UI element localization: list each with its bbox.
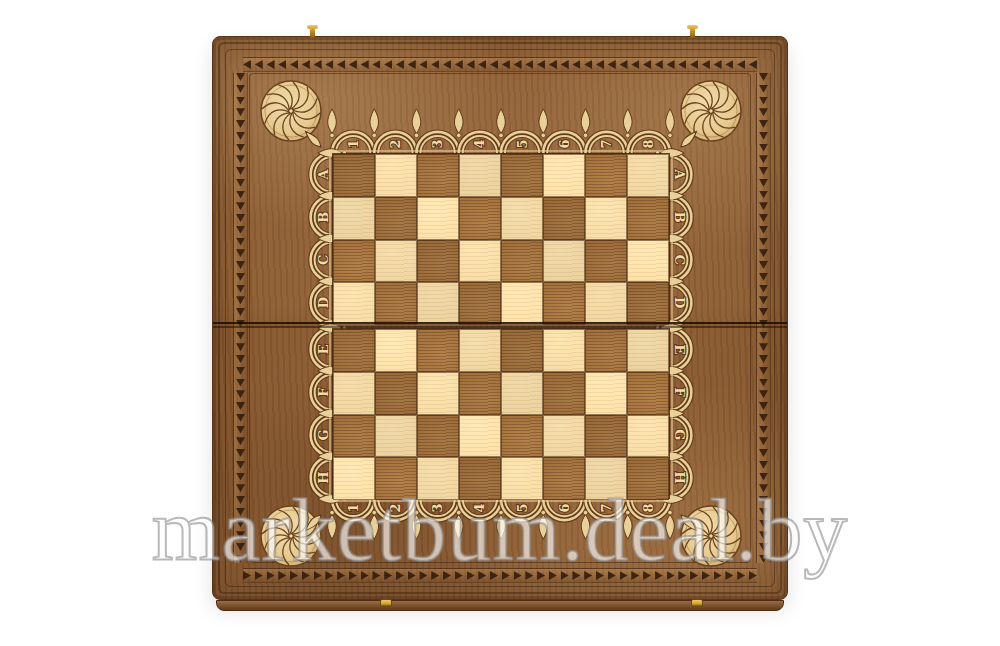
chevron-mark-icon (236, 155, 245, 163)
chevron-mark-icon (678, 571, 686, 580)
chevron-mark-icon (759, 132, 768, 140)
chevron-mark-icon (759, 484, 768, 492)
chevron-mark-icon (537, 60, 545, 69)
svg-text:7: 7 (599, 503, 614, 512)
chevron-mark-icon (759, 543, 768, 551)
chevron-mark-icon (431, 571, 439, 580)
corner-fleur-icon (303, 513, 323, 533)
chevron-mark-icon (620, 571, 628, 580)
hinge-pin-left (310, 28, 315, 38)
fleur-finial-icon (623, 510, 632, 539)
chevron-mark-icon (643, 571, 651, 580)
chevron-mark-icon (443, 60, 451, 69)
chevron-mark-icon (236, 437, 245, 445)
fleur-finial-icon (581, 510, 590, 539)
chevron-mark-icon (525, 571, 533, 580)
svg-text:6: 6 (557, 503, 572, 512)
chevron-mark-icon (655, 60, 663, 69)
chain-border-top (243, 57, 757, 72)
square-E6 (543, 329, 585, 372)
chevron-mark-icon (278, 60, 286, 69)
square-C8 (627, 240, 669, 283)
square-D6 (543, 282, 585, 325)
square-B8 (627, 197, 669, 240)
chevron-mark-icon (759, 426, 768, 434)
chevron-mark-icon (759, 214, 768, 222)
chevron-mark-icon (467, 60, 475, 69)
chevron-mark-icon (236, 249, 245, 257)
chevron-mark-icon (290, 60, 298, 69)
chevron-mark-icon (236, 120, 245, 128)
chevron-mark-icon (384, 571, 392, 580)
fleur-finial-icon (497, 109, 506, 138)
square-H6 (543, 457, 585, 500)
chevron-mark-icon (236, 426, 245, 434)
chevron-mark-icon (702, 571, 710, 580)
square-E8 (627, 329, 669, 372)
square-G6 (543, 415, 585, 458)
chevron-mark-icon (267, 571, 275, 580)
chevron-mark-icon (302, 571, 310, 580)
chain-border-left (233, 73, 248, 563)
chevron-mark-icon (643, 60, 651, 69)
chevron-mark-icon (759, 273, 768, 281)
chevron-mark-icon (759, 155, 768, 163)
chevron-mark-icon (572, 571, 580, 580)
fleur-finial-icon (370, 510, 379, 539)
square-H1 (333, 457, 375, 500)
svg-text:7: 7 (599, 139, 614, 148)
square-B5 (501, 197, 543, 240)
chevron-mark-icon (759, 285, 768, 293)
square-C2 (375, 240, 417, 283)
chevron-mark-icon (236, 473, 245, 481)
chevron-mark-icon (236, 496, 245, 504)
square-D7 (585, 282, 627, 325)
svg-text:D: D (316, 297, 331, 308)
svg-text:6: 6 (557, 139, 572, 148)
chevron-mark-icon (236, 355, 245, 363)
fleur-finial-icon (497, 510, 506, 539)
chevron-mark-icon (236, 167, 245, 175)
chevron-mark-icon (243, 571, 251, 580)
chevron-mark-icon (236, 191, 245, 199)
square-C3 (417, 240, 459, 283)
square-A5 (501, 154, 543, 197)
chevron-mark-icon (236, 261, 245, 269)
chain-border-right (756, 73, 771, 563)
chevron-mark-icon (759, 167, 768, 175)
chevron-mark-icon (759, 355, 768, 363)
chevron-mark-icon (759, 191, 768, 199)
svg-text:2: 2 (388, 139, 403, 148)
chevron-mark-icon (236, 132, 245, 140)
chevron-mark-icon (408, 571, 416, 580)
fleur-finial-icon (454, 109, 463, 138)
chevron-mark-icon (725, 571, 733, 580)
chevron-mark-icon (236, 461, 245, 469)
chevron-mark-icon (337, 60, 345, 69)
board-lower-half (332, 328, 670, 499)
chevron-mark-icon (236, 226, 245, 234)
chevron-mark-icon (759, 343, 768, 351)
square-A2 (375, 154, 417, 197)
chevron-mark-icon (236, 414, 245, 422)
chevron-mark-icon (490, 60, 498, 69)
chevron-mark-icon (759, 496, 768, 504)
chevron-mark-icon (236, 296, 245, 304)
chevron-mark-icon (702, 60, 710, 69)
svg-text:H: H (672, 471, 687, 483)
square-H8 (627, 457, 669, 500)
chevron-mark-icon (236, 449, 245, 457)
chevron-mark-icon (759, 473, 768, 481)
chevron-mark-icon (314, 571, 322, 580)
chevron-mark-icon (608, 60, 616, 69)
arch-border-bottom: 12345678 (332, 499, 670, 547)
chevron-mark-icon (325, 571, 333, 580)
square-F1 (333, 372, 375, 415)
square-B3 (417, 197, 459, 240)
chevron-mark-icon (759, 332, 768, 340)
corner-fleur-icon (679, 513, 699, 533)
chess-box: 12345678 12345678 ABCDEFGH ABCDEFGH (212, 36, 788, 600)
chevron-mark-icon (759, 555, 768, 563)
chevron-mark-icon (236, 85, 245, 93)
chevron-mark-icon (349, 571, 357, 580)
svg-text:D: D (672, 297, 687, 308)
chevron-mark-icon (467, 571, 475, 580)
chevron-mark-icon (236, 108, 245, 116)
chevron-mark-icon (655, 571, 663, 580)
square-C1 (333, 240, 375, 283)
square-F6 (543, 372, 585, 415)
svg-text:A: A (316, 168, 331, 180)
chevron-mark-icon (236, 367, 245, 375)
hinge-pin-right (690, 28, 695, 38)
svg-text:8: 8 (641, 139, 656, 148)
square-A4 (459, 154, 501, 197)
box-hinge-seam (213, 322, 787, 328)
chevron-mark-icon (759, 179, 768, 187)
chevron-mark-icon (737, 571, 745, 580)
chevron-mark-icon (667, 571, 675, 580)
chevron-mark-icon (419, 60, 427, 69)
chevron-mark-icon (759, 449, 768, 457)
svg-text:B: B (672, 212, 687, 223)
chevron-mark-icon (236, 179, 245, 187)
chevron-mark-icon (384, 60, 392, 69)
chevron-mark-icon (714, 571, 722, 580)
chevron-mark-icon (372, 60, 380, 69)
svg-text:F: F (672, 388, 687, 398)
chevron-mark-icon (302, 60, 310, 69)
square-B7 (585, 197, 627, 240)
square-D8 (627, 282, 669, 325)
square-G3 (417, 415, 459, 458)
chevron-mark-icon (759, 296, 768, 304)
square-F8 (627, 372, 669, 415)
chevron-mark-icon (455, 60, 463, 69)
square-F7 (585, 372, 627, 415)
chevron-mark-icon (502, 60, 510, 69)
chevron-mark-icon (759, 85, 768, 93)
chevron-mark-icon (236, 238, 245, 246)
chevron-mark-icon (408, 60, 416, 69)
fleur-finial-icon (539, 109, 548, 138)
chevron-mark-icon (549, 60, 557, 69)
chevron-mark-icon (290, 571, 298, 580)
chevron-mark-icon (236, 202, 245, 210)
chevron-mark-icon (361, 60, 369, 69)
square-D4 (459, 282, 501, 325)
square-C5 (501, 240, 543, 283)
corner-fleur-top-left (299, 121, 329, 151)
svg-text:3: 3 (430, 503, 445, 512)
product-photo: 12345678 12345678 ABCDEFGH ABCDEFGH mark… (0, 0, 1000, 646)
square-F4 (459, 372, 501, 415)
chevron-mark-icon (725, 60, 733, 69)
chevron-mark-icon (561, 571, 569, 580)
chevron-mark-icon (396, 60, 404, 69)
chevron-mark-icon (236, 555, 245, 563)
square-G8 (627, 415, 669, 458)
chevron-mark-icon (314, 60, 322, 69)
square-C7 (585, 240, 627, 283)
chevron-mark-icon (236, 214, 245, 222)
chevron-mark-icon (236, 379, 245, 387)
chevron-mark-icon (278, 571, 286, 580)
chevron-mark-icon (236, 402, 245, 410)
chevron-mark-icon (667, 60, 675, 69)
chevron-mark-icon (372, 571, 380, 580)
chevron-mark-icon (236, 97, 245, 105)
svg-text:E: E (316, 344, 331, 354)
board-upper-half (332, 153, 670, 324)
chevron-mark-icon (267, 60, 275, 69)
chevron-mark-icon (759, 97, 768, 105)
square-A8 (627, 154, 669, 197)
chevron-mark-icon (759, 402, 768, 410)
chevron-mark-icon (243, 60, 251, 69)
chevron-mark-icon (759, 226, 768, 234)
chevron-mark-icon (759, 437, 768, 445)
fleur-finial-icon (581, 109, 590, 138)
chevron-mark-icon (236, 531, 245, 539)
svg-text:F: F (316, 387, 331, 397)
fleur-finial-icon (412, 510, 421, 539)
chevron-mark-icon (396, 571, 404, 580)
chevron-mark-icon (443, 571, 451, 580)
chevron-mark-icon (678, 60, 686, 69)
chevron-mark-icon (759, 261, 768, 269)
square-E5 (501, 329, 543, 372)
chevron-mark-icon (255, 571, 263, 580)
square-D2 (375, 282, 417, 325)
chevron-mark-icon (749, 571, 757, 580)
square-E2 (375, 329, 417, 372)
chevron-mark-icon (631, 60, 639, 69)
chevron-mark-icon (690, 571, 698, 580)
square-D3 (417, 282, 459, 325)
square-A6 (543, 154, 585, 197)
svg-text:1: 1 (346, 139, 361, 148)
chevron-mark-icon (759, 238, 768, 246)
arch-border-top: 12345678 (332, 105, 670, 153)
chevron-mark-icon (236, 285, 245, 293)
chevron-mark-icon (759, 144, 768, 152)
square-C4 (459, 240, 501, 283)
chevron-mark-icon (759, 520, 768, 528)
square-H5 (501, 457, 543, 500)
latch-right (691, 599, 703, 607)
chevron-mark-icon (549, 571, 557, 580)
square-E4 (459, 329, 501, 372)
fleur-finial-icon (454, 510, 463, 539)
chevron-mark-icon (502, 571, 510, 580)
chevron-mark-icon (737, 60, 745, 69)
chevron-mark-icon (759, 108, 768, 116)
chevron-mark-icon (759, 308, 768, 316)
chevron-mark-icon (596, 60, 604, 69)
chevron-mark-icon (236, 520, 245, 528)
chevron-mark-icon (714, 60, 722, 69)
svg-text:G: G (672, 429, 687, 440)
square-B2 (375, 197, 417, 240)
square-H4 (459, 457, 501, 500)
chevron-mark-icon (325, 60, 333, 69)
square-H2 (375, 457, 417, 500)
square-B6 (543, 197, 585, 240)
chevron-mark-icon (759, 249, 768, 257)
square-D5 (501, 282, 543, 325)
chevron-mark-icon (236, 332, 245, 340)
chevron-mark-icon (361, 571, 369, 580)
fleur-finial-icon (623, 109, 632, 138)
chevron-mark-icon (525, 60, 533, 69)
chevron-mark-icon (490, 571, 498, 580)
square-E7 (585, 329, 627, 372)
svg-text:2: 2 (388, 503, 403, 512)
square-D1 (333, 282, 375, 325)
corner-fleur-top-right (673, 121, 703, 151)
svg-text:B: B (316, 212, 331, 223)
svg-text:G: G (316, 429, 331, 440)
square-B1 (333, 197, 375, 240)
square-A1 (333, 154, 375, 197)
chevron-mark-icon (631, 571, 639, 580)
svg-text:4: 4 (472, 503, 487, 512)
chevron-mark-icon (759, 414, 768, 422)
chevron-mark-icon (236, 484, 245, 492)
chevron-mark-icon (514, 571, 522, 580)
chevron-mark-icon (337, 571, 345, 580)
square-G7 (585, 415, 627, 458)
corner-fleur-bottom-right (673, 503, 703, 533)
chevron-mark-icon (236, 508, 245, 516)
chevron-mark-icon (759, 379, 768, 387)
chevron-mark-icon (236, 73, 245, 81)
corner-fleur-icon (679, 129, 699, 149)
square-E1 (333, 329, 375, 372)
chevron-mark-icon (419, 571, 427, 580)
chevron-mark-icon (572, 60, 580, 69)
square-F2 (375, 372, 417, 415)
svg-text:4: 4 (472, 139, 487, 148)
chevron-mark-icon (690, 60, 698, 69)
chevron-mark-icon (759, 367, 768, 375)
svg-text:C: C (316, 255, 331, 265)
chevron-mark-icon (759, 531, 768, 539)
square-G2 (375, 415, 417, 458)
chevron-mark-icon (584, 60, 592, 69)
chain-border-bottom (243, 568, 757, 583)
chevron-mark-icon (561, 60, 569, 69)
svg-text:5: 5 (515, 503, 530, 512)
svg-text:E: E (672, 344, 687, 354)
square-E3 (417, 329, 459, 372)
square-H3 (417, 457, 459, 500)
chevron-mark-icon (514, 60, 522, 69)
square-G1 (333, 415, 375, 458)
chevron-mark-icon (236, 390, 245, 398)
chevron-mark-icon (455, 571, 463, 580)
svg-text:A: A (672, 168, 687, 180)
svg-text:1: 1 (346, 503, 361, 512)
chevron-mark-icon (537, 571, 545, 580)
square-A7 (585, 154, 627, 197)
chevron-mark-icon (749, 60, 757, 69)
square-G4 (459, 415, 501, 458)
svg-text:C: C (672, 255, 687, 265)
svg-text:5: 5 (515, 139, 530, 148)
chevron-mark-icon (255, 60, 263, 69)
chevron-mark-icon (596, 571, 604, 580)
chevron-mark-icon (478, 571, 486, 580)
chevron-mark-icon (759, 120, 768, 128)
square-F5 (501, 372, 543, 415)
svg-text:8: 8 (641, 503, 656, 512)
corner-fleur-bottom-left (299, 503, 329, 533)
chevron-mark-icon (759, 508, 768, 516)
fleur-finial-icon (412, 109, 421, 138)
chevron-mark-icon (620, 60, 628, 69)
chevron-mark-icon (478, 60, 486, 69)
latch-left (380, 599, 392, 607)
square-B4 (459, 197, 501, 240)
square-C6 (543, 240, 585, 283)
chevron-mark-icon (431, 60, 439, 69)
corner-fleur-icon (303, 129, 323, 149)
square-F3 (417, 372, 459, 415)
chevron-mark-icon (759, 390, 768, 398)
chevron-mark-icon (236, 308, 245, 316)
chevron-mark-icon (584, 571, 592, 580)
svg-text:H: H (316, 471, 331, 483)
fleur-finial-icon (539, 510, 548, 539)
chevron-mark-icon (349, 60, 357, 69)
square-H7 (585, 457, 627, 500)
square-G5 (501, 415, 543, 458)
chevron-mark-icon (236, 543, 245, 551)
chevron-mark-icon (759, 202, 768, 210)
chevron-mark-icon (236, 273, 245, 281)
chevron-mark-icon (759, 73, 768, 81)
fleur-finial-icon (370, 109, 379, 138)
square-A3 (417, 154, 459, 197)
chevron-mark-icon (608, 571, 616, 580)
chevron-mark-icon (236, 144, 245, 152)
